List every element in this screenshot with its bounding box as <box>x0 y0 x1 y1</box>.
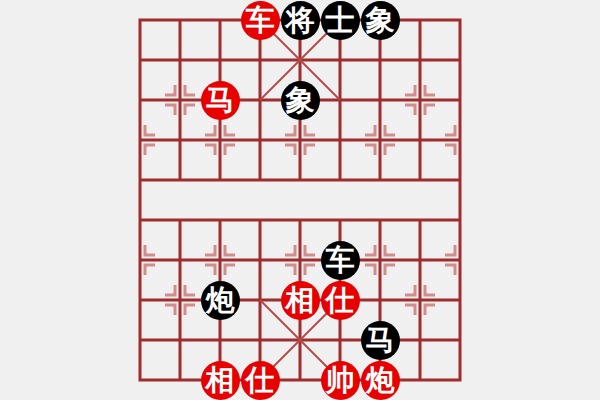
red-advisor[interactable]: 仕 <box>321 281 360 320</box>
red-elephant[interactable]: 相 <box>281 281 320 320</box>
red-horse[interactable]: 马 <box>201 81 240 120</box>
black-elephant[interactable]: 象 <box>281 81 320 120</box>
xiangqi-board: 车将士象马象车炮相仕马相仕帅炮 <box>0 0 600 400</box>
black-cannon[interactable]: 炮 <box>201 281 240 320</box>
red-chariot[interactable]: 车 <box>241 1 280 40</box>
red-elephant[interactable]: 相 <box>201 361 240 400</box>
black-chariot[interactable]: 车 <box>321 241 360 280</box>
black-elephant[interactable]: 象 <box>361 1 400 40</box>
red-cannon[interactable]: 炮 <box>361 361 400 400</box>
black-general[interactable]: 将 <box>281 1 320 40</box>
red-advisor[interactable]: 仕 <box>241 361 280 400</box>
red-general[interactable]: 帅 <box>321 361 360 400</box>
black-advisor[interactable]: 士 <box>321 1 360 40</box>
black-horse[interactable]: 马 <box>361 321 400 360</box>
pieces-grid: 车将士象马象车炮相仕马相仕帅炮 <box>120 0 480 400</box>
